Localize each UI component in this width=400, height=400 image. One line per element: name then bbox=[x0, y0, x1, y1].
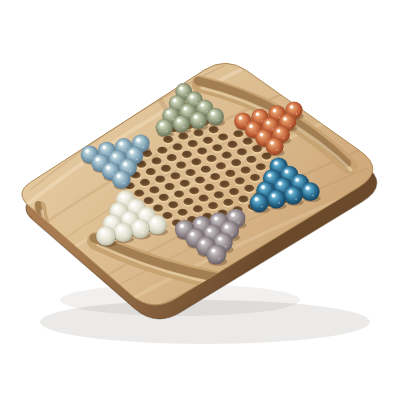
chinese-checkers-photo bbox=[0, 0, 400, 400]
board bbox=[0, 0, 400, 400]
